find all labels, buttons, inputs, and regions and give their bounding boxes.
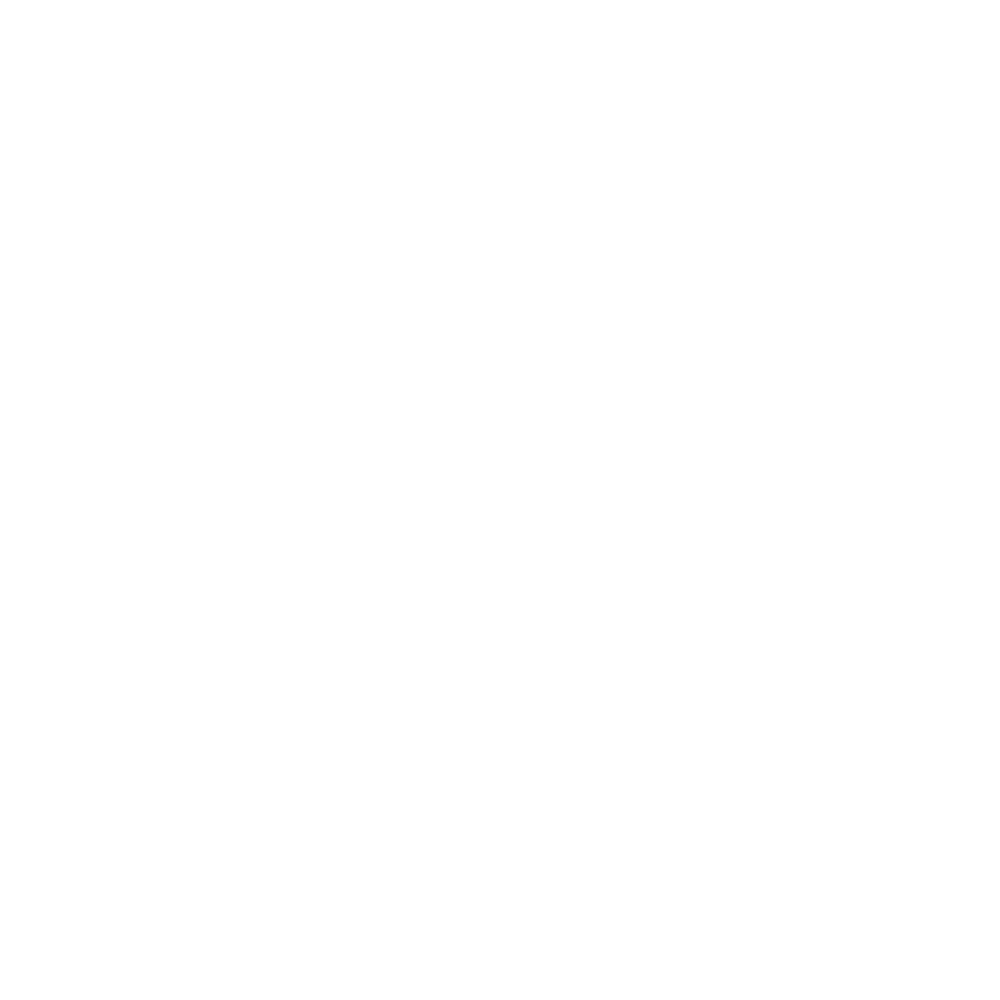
product-photo-scene [0,0,1000,1000]
insert-tray-photo [0,0,1000,1000]
